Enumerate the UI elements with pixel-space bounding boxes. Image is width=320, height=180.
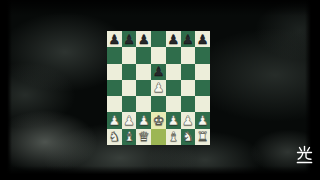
square-h1[interactable]: ♜ — [195, 129, 210, 145]
piece-black-pawn[interactable]: ♟ — [197, 32, 209, 45]
piece-black-pawn[interactable]: ♟ — [182, 32, 194, 45]
piece-black-pawn[interactable]: ♟ — [167, 32, 179, 45]
video-frame: ♟♟♟♟♟♟♟♟♟♟♟♚♟♟♟♞♝♛♝♞♜ — [0, 0, 320, 180]
square-e7[interactable] — [151, 31, 166, 47]
square-b2[interactable]: ♟ — [107, 112, 122, 128]
square-d6[interactable] — [136, 47, 151, 63]
square-h5[interactable] — [195, 64, 210, 80]
piece-white-queen[interactable]: ♛ — [138, 130, 150, 143]
square-d5[interactable] — [136, 64, 151, 80]
piece-white-pawn[interactable]: ♟ — [197, 114, 209, 127]
square-d1[interactable]: ♛ — [136, 129, 151, 145]
square-d4[interactable] — [136, 80, 151, 96]
square-g4[interactable] — [181, 80, 196, 96]
square-e4[interactable]: ♟ — [151, 80, 166, 96]
square-b3[interactable] — [107, 96, 122, 112]
piece-white-knight[interactable]: ♞ — [109, 130, 121, 143]
square-c1[interactable]: ♝ — [122, 129, 137, 145]
square-c2[interactable]: ♟ — [122, 112, 137, 128]
watermark — [296, 145, 313, 165]
piece-white-pawn[interactable]: ♟ — [123, 114, 135, 127]
piece-white-pawn[interactable]: ♟ — [138, 114, 150, 127]
piece-white-rook[interactable]: ♜ — [197, 130, 209, 143]
square-f1[interactable]: ♝ — [166, 129, 181, 145]
square-h7[interactable]: ♟ — [195, 31, 210, 47]
piece-white-king[interactable]: ♚ — [153, 114, 165, 127]
square-d3[interactable] — [136, 96, 151, 112]
square-b6[interactable] — [107, 47, 122, 63]
piece-white-bishop[interactable]: ♝ — [167, 130, 179, 143]
square-c6[interactable] — [122, 47, 137, 63]
square-h6[interactable] — [195, 47, 210, 63]
square-d2[interactable]: ♟ — [136, 112, 151, 128]
square-c7[interactable]: ♟ — [122, 31, 137, 47]
square-c5[interactable] — [122, 64, 137, 80]
square-h3[interactable] — [195, 96, 210, 112]
square-e5[interactable]: ♟ — [151, 64, 166, 80]
square-g6[interactable] — [181, 47, 196, 63]
piece-white-pawn[interactable]: ♟ — [182, 114, 194, 127]
square-h2[interactable]: ♟ — [195, 112, 210, 128]
piece-white-pawn[interactable]: ♟ — [153, 81, 165, 94]
piece-black-pawn[interactable]: ♟ — [138, 32, 150, 45]
square-d7[interactable]: ♟ — [136, 31, 151, 47]
square-g7[interactable]: ♟ — [181, 31, 196, 47]
piece-white-bishop[interactable]: ♝ — [123, 130, 135, 143]
square-e2[interactable]: ♚ — [151, 112, 166, 128]
square-e3[interactable] — [151, 96, 166, 112]
square-g5[interactable] — [181, 64, 196, 80]
square-f5[interactable] — [166, 64, 181, 80]
chess-board[interactable]: ♟♟♟♟♟♟♟♟♟♟♟♚♟♟♟♞♝♛♝♞♜ — [107, 31, 210, 145]
square-f3[interactable] — [166, 96, 181, 112]
square-f7[interactable]: ♟ — [166, 31, 181, 47]
square-f4[interactable] — [166, 80, 181, 96]
square-g3[interactable] — [181, 96, 196, 112]
square-g1[interactable]: ♞ — [181, 129, 196, 145]
square-b4[interactable] — [107, 80, 122, 96]
piece-black-pawn[interactable]: ♟ — [153, 65, 165, 78]
piece-black-pawn[interactable]: ♟ — [123, 32, 135, 45]
square-h4[interactable] — [195, 80, 210, 96]
square-b1[interactable]: ♞ — [107, 129, 122, 145]
square-e6[interactable] — [151, 47, 166, 63]
square-g2[interactable]: ♟ — [181, 112, 196, 128]
square-f6[interactable] — [166, 47, 181, 63]
watermark-kanji-light-icon — [296, 145, 313, 165]
piece-white-knight[interactable]: ♞ — [182, 130, 194, 143]
piece-black-pawn[interactable]: ♟ — [109, 32, 121, 45]
piece-white-pawn[interactable]: ♟ — [109, 114, 121, 127]
square-e1[interactable] — [151, 129, 166, 145]
square-f2[interactable]: ♟ — [166, 112, 181, 128]
square-b5[interactable] — [107, 64, 122, 80]
square-c4[interactable] — [122, 80, 137, 96]
square-b7[interactable]: ♟ — [107, 31, 122, 47]
piece-white-pawn[interactable]: ♟ — [167, 114, 179, 127]
square-c3[interactable] — [122, 96, 137, 112]
